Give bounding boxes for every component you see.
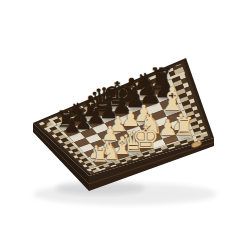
board-shadow [33,181,217,205]
chess-board [0,0,240,240]
product-photo-chess-set: ♜♞♝♛♚♝♞♜♟♟♟♟♟♟♟♟♟♟♟♝♟♞♟♟♟♟♜♞♝♛♚♜ [0,0,240,240]
